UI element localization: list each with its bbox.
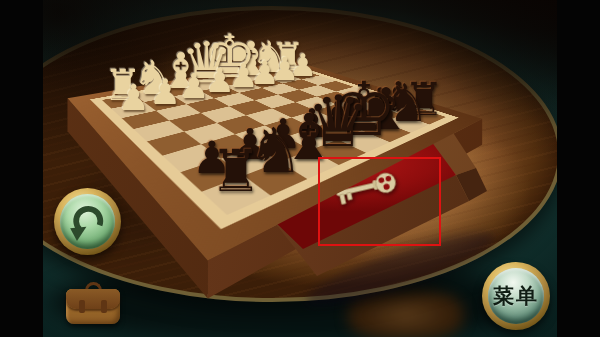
menu-button[interactable]: 菜单 (482, 262, 550, 330)
inventory-bag-button[interactable] (64, 282, 122, 324)
bag-strap-left (79, 300, 85, 313)
undo-button[interactable] (54, 188, 121, 255)
letterbox-right (557, 0, 600, 337)
letterbox-left (0, 0, 43, 337)
bag-strap-right (101, 300, 107, 313)
undo-button-face (60, 194, 115, 249)
menu-button-face: 菜单 (488, 268, 544, 324)
menu-button-label: 菜单 (493, 282, 539, 310)
key-highlight-box (318, 157, 441, 246)
game-scene: ♜♞♝♛♚♝♞♜♟♟♟♟♟♟♟♟♟♟♟♟♟♟♟♟♜♞♝♛♚♝♞♜ 菜单 (0, 0, 600, 337)
bag-flap (66, 289, 120, 309)
undo-arrow-icon (67, 201, 109, 243)
